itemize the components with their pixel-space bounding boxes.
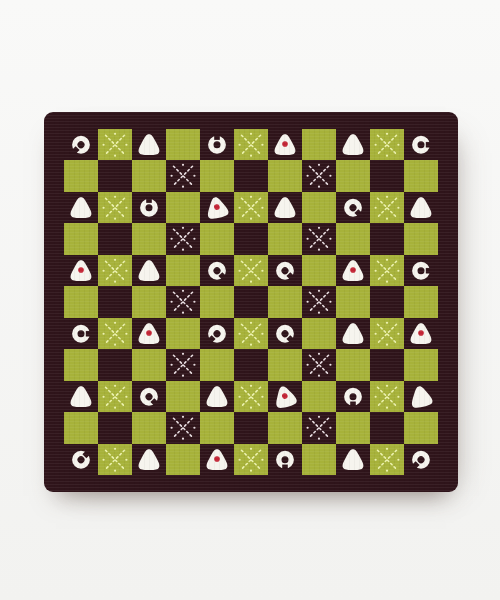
square-r1c3 bbox=[132, 129, 166, 160]
horseshoe-icon bbox=[132, 192, 166, 223]
square-r5c5 bbox=[200, 255, 234, 286]
onigiri-icon bbox=[64, 381, 98, 412]
square-r1c6 bbox=[234, 129, 268, 160]
stitch-cross-icon bbox=[98, 129, 132, 160]
square-r9c10 bbox=[370, 381, 404, 412]
square-r6c9 bbox=[336, 286, 370, 317]
square-r7c6 bbox=[234, 318, 268, 349]
stitch-cross-icon bbox=[370, 255, 404, 286]
onigiri-icon bbox=[336, 444, 370, 475]
square-r7c3 bbox=[132, 318, 166, 349]
square-r2c9 bbox=[336, 160, 370, 191]
square-r1c5 bbox=[200, 129, 234, 160]
stitch-cross-icon bbox=[234, 192, 268, 223]
square-r3c1 bbox=[64, 192, 98, 223]
square-r4c4 bbox=[166, 223, 200, 254]
square-r8c7 bbox=[268, 349, 302, 380]
square-r2c6 bbox=[234, 160, 268, 191]
square-r2c3 bbox=[132, 160, 166, 191]
square-r2c5 bbox=[200, 160, 234, 191]
square-r8c8 bbox=[302, 349, 336, 380]
stitch-cross-icon bbox=[166, 412, 200, 443]
square-r11c11 bbox=[404, 444, 438, 475]
square-r11c9 bbox=[336, 444, 370, 475]
square-r3c4 bbox=[166, 192, 200, 223]
square-r9c3 bbox=[132, 381, 166, 412]
square-r9c5 bbox=[200, 381, 234, 412]
square-r6c7 bbox=[268, 286, 302, 317]
horseshoe-icon bbox=[268, 318, 302, 349]
stitch-cross-icon bbox=[302, 349, 336, 380]
onigiri-umeboshi-icon bbox=[200, 192, 234, 223]
square-r11c5 bbox=[200, 444, 234, 475]
square-r4c6 bbox=[234, 223, 268, 254]
square-r11c10 bbox=[370, 444, 404, 475]
square-r5c6 bbox=[234, 255, 268, 286]
square-r6c1 bbox=[64, 286, 98, 317]
square-r7c9 bbox=[336, 318, 370, 349]
stitch-cross-icon bbox=[98, 255, 132, 286]
square-r6c4 bbox=[166, 286, 200, 317]
stitch-cross-icon bbox=[98, 192, 132, 223]
square-r7c2 bbox=[98, 318, 132, 349]
square-r11c3 bbox=[132, 444, 166, 475]
checkerboard-grid bbox=[64, 129, 438, 475]
horseshoe-icon bbox=[404, 129, 438, 160]
square-r7c7 bbox=[268, 318, 302, 349]
square-r5c4 bbox=[166, 255, 200, 286]
square-r3c3 bbox=[132, 192, 166, 223]
square-r9c9 bbox=[336, 381, 370, 412]
square-r9c4 bbox=[166, 381, 200, 412]
square-r9c1 bbox=[64, 381, 98, 412]
square-r5c10 bbox=[370, 255, 404, 286]
square-r5c3 bbox=[132, 255, 166, 286]
square-r5c1 bbox=[64, 255, 98, 286]
square-r11c4 bbox=[166, 444, 200, 475]
horseshoe-icon bbox=[200, 129, 234, 160]
square-r11c6 bbox=[234, 444, 268, 475]
onigiri-icon bbox=[64, 192, 98, 223]
stitch-cross-icon bbox=[166, 286, 200, 317]
stitch-cross-icon bbox=[370, 444, 404, 475]
square-r11c2 bbox=[98, 444, 132, 475]
stitch-cross-icon bbox=[234, 255, 268, 286]
square-r10c4 bbox=[166, 412, 200, 443]
stitch-cross-icon bbox=[302, 286, 336, 317]
square-r2c4 bbox=[166, 160, 200, 191]
square-r9c2 bbox=[98, 381, 132, 412]
square-r8c3 bbox=[132, 349, 166, 380]
stitch-cross-icon bbox=[234, 129, 268, 160]
stitch-cross-icon bbox=[302, 160, 336, 191]
horseshoe-icon bbox=[200, 255, 234, 286]
square-r4c5 bbox=[200, 223, 234, 254]
onigiri-icon bbox=[404, 192, 438, 223]
square-r6c2 bbox=[98, 286, 132, 317]
onigiri-icon bbox=[336, 318, 370, 349]
square-r3c10 bbox=[370, 192, 404, 223]
horseshoe-icon bbox=[268, 255, 302, 286]
onigiri-icon bbox=[336, 129, 370, 160]
onigiri-icon bbox=[200, 381, 234, 412]
square-r7c10 bbox=[370, 318, 404, 349]
square-r10c11 bbox=[404, 412, 438, 443]
horseshoe-icon bbox=[200, 318, 234, 349]
square-r8c6 bbox=[234, 349, 268, 380]
square-r1c8 bbox=[302, 129, 336, 160]
stitch-cross-icon bbox=[98, 381, 132, 412]
onigiri-umeboshi-icon bbox=[132, 318, 166, 349]
square-r10c3 bbox=[132, 412, 166, 443]
square-r6c11 bbox=[404, 286, 438, 317]
horseshoe-icon bbox=[64, 318, 98, 349]
onigiri-umeboshi-icon bbox=[268, 129, 302, 160]
square-r2c2 bbox=[98, 160, 132, 191]
stitch-cross-icon bbox=[370, 192, 404, 223]
onigiri-umeboshi-icon bbox=[64, 255, 98, 286]
square-r4c9 bbox=[336, 223, 370, 254]
furoshiki-cloth bbox=[44, 112, 458, 492]
square-r2c1 bbox=[64, 160, 98, 191]
stitch-cross-icon bbox=[234, 318, 268, 349]
stitch-cross-icon bbox=[166, 349, 200, 380]
horseshoe-icon bbox=[336, 192, 370, 223]
square-r6c3 bbox=[132, 286, 166, 317]
square-r11c1 bbox=[64, 444, 98, 475]
onigiri-umeboshi-icon bbox=[268, 381, 302, 412]
square-r8c10 bbox=[370, 349, 404, 380]
square-r9c11 bbox=[404, 381, 438, 412]
square-r3c6 bbox=[234, 192, 268, 223]
square-r4c10 bbox=[370, 223, 404, 254]
square-r9c8 bbox=[302, 381, 336, 412]
square-r10c9 bbox=[336, 412, 370, 443]
square-r3c9 bbox=[336, 192, 370, 223]
square-r2c11 bbox=[404, 160, 438, 191]
stitch-cross-icon bbox=[302, 223, 336, 254]
square-r5c11 bbox=[404, 255, 438, 286]
square-r5c9 bbox=[336, 255, 370, 286]
square-r8c1 bbox=[64, 349, 98, 380]
square-r4c1 bbox=[64, 223, 98, 254]
square-r4c7 bbox=[268, 223, 302, 254]
square-r5c8 bbox=[302, 255, 336, 286]
square-r9c7 bbox=[268, 381, 302, 412]
horseshoe-icon bbox=[268, 444, 302, 475]
square-r7c1 bbox=[64, 318, 98, 349]
square-r4c11 bbox=[404, 223, 438, 254]
square-r4c2 bbox=[98, 223, 132, 254]
onigiri-icon bbox=[132, 444, 166, 475]
square-r7c8 bbox=[302, 318, 336, 349]
onigiri-icon bbox=[404, 381, 438, 412]
stitch-cross-icon bbox=[234, 444, 268, 475]
square-r3c5 bbox=[200, 192, 234, 223]
stitch-cross-icon bbox=[98, 444, 132, 475]
square-r10c5 bbox=[200, 412, 234, 443]
horseshoe-icon bbox=[64, 129, 98, 160]
square-r2c8 bbox=[302, 160, 336, 191]
square-r1c4 bbox=[166, 129, 200, 160]
square-r1c11 bbox=[404, 129, 438, 160]
onigiri-icon bbox=[132, 255, 166, 286]
square-r1c7 bbox=[268, 129, 302, 160]
square-r4c3 bbox=[132, 223, 166, 254]
square-r8c11 bbox=[404, 349, 438, 380]
square-r9c6 bbox=[234, 381, 268, 412]
horseshoe-icon bbox=[404, 255, 438, 286]
square-r10c8 bbox=[302, 412, 336, 443]
square-r11c7 bbox=[268, 444, 302, 475]
onigiri-umeboshi-icon bbox=[200, 444, 234, 475]
stitch-cross-icon bbox=[370, 129, 404, 160]
square-r3c11 bbox=[404, 192, 438, 223]
square-r1c2 bbox=[98, 129, 132, 160]
square-r6c6 bbox=[234, 286, 268, 317]
stitch-cross-icon bbox=[234, 381, 268, 412]
square-r10c6 bbox=[234, 412, 268, 443]
stitch-cross-icon bbox=[370, 318, 404, 349]
onigiri-umeboshi-icon bbox=[404, 318, 438, 349]
square-r10c10 bbox=[370, 412, 404, 443]
stitch-cross-icon bbox=[166, 160, 200, 191]
square-r3c2 bbox=[98, 192, 132, 223]
square-r11c8 bbox=[302, 444, 336, 475]
square-r2c7 bbox=[268, 160, 302, 191]
square-r10c2 bbox=[98, 412, 132, 443]
square-r2c10 bbox=[370, 160, 404, 191]
horseshoe-icon bbox=[64, 444, 98, 475]
onigiri-umeboshi-icon bbox=[336, 255, 370, 286]
stitch-cross-icon bbox=[302, 412, 336, 443]
square-r4c8 bbox=[302, 223, 336, 254]
stitch-cross-icon bbox=[98, 318, 132, 349]
onigiri-icon bbox=[268, 192, 302, 223]
square-r5c7 bbox=[268, 255, 302, 286]
horseshoe-icon bbox=[132, 381, 166, 412]
square-r1c9 bbox=[336, 129, 370, 160]
square-r7c5 bbox=[200, 318, 234, 349]
square-r7c11 bbox=[404, 318, 438, 349]
square-r6c8 bbox=[302, 286, 336, 317]
square-r3c8 bbox=[302, 192, 336, 223]
horseshoe-icon bbox=[336, 381, 370, 412]
square-r1c1 bbox=[64, 129, 98, 160]
square-r8c4 bbox=[166, 349, 200, 380]
square-r7c4 bbox=[166, 318, 200, 349]
stitch-cross-icon bbox=[166, 223, 200, 254]
square-r8c9 bbox=[336, 349, 370, 380]
square-r6c10 bbox=[370, 286, 404, 317]
square-r8c5 bbox=[200, 349, 234, 380]
square-r6c5 bbox=[200, 286, 234, 317]
square-r8c2 bbox=[98, 349, 132, 380]
stitch-cross-icon bbox=[370, 381, 404, 412]
square-r3c7 bbox=[268, 192, 302, 223]
square-r10c1 bbox=[64, 412, 98, 443]
onigiri-icon bbox=[132, 129, 166, 160]
square-r1c10 bbox=[370, 129, 404, 160]
square-r10c7 bbox=[268, 412, 302, 443]
square-r5c2 bbox=[98, 255, 132, 286]
horseshoe-icon bbox=[404, 444, 438, 475]
product-photo bbox=[0, 0, 500, 600]
